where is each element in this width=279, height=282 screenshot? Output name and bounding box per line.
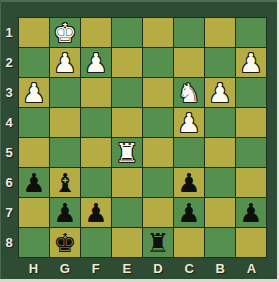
frame-edge-right	[277, 0, 279, 282]
square-c1[interactable]	[174, 18, 204, 47]
square-f2[interactable]: ♟	[81, 48, 111, 77]
square-h3[interactable]: ♟	[19, 78, 49, 107]
square-g3[interactable]	[50, 78, 80, 107]
white-pawn: ♟	[53, 50, 76, 76]
square-h5[interactable]	[19, 138, 49, 167]
file-label-c: C	[174, 258, 205, 279]
white-pawn: ♟	[239, 50, 262, 76]
file-label-b: B	[205, 258, 236, 279]
square-c2[interactable]	[174, 48, 204, 77]
square-f4[interactable]	[81, 108, 111, 137]
square-d7[interactable]	[143, 198, 173, 227]
black-pawn: ♟	[239, 200, 262, 226]
black-pawn: ♟	[53, 200, 76, 226]
square-b3[interactable]: ♟	[205, 78, 235, 107]
square-a6[interactable]	[236, 168, 266, 197]
rank-label-6: 6	[0, 168, 18, 198]
file-label-g: G	[49, 258, 80, 279]
black-pawn: ♟	[84, 200, 107, 226]
square-g1[interactable]: ♚	[50, 18, 80, 47]
square-a8[interactable]	[236, 228, 266, 257]
rank-label-7: 7	[0, 198, 18, 228]
square-g5[interactable]	[50, 138, 80, 167]
square-d3[interactable]	[143, 78, 173, 107]
square-b2[interactable]	[205, 48, 235, 77]
square-f5[interactable]	[81, 138, 111, 167]
rank-label-4: 4	[0, 107, 18, 137]
square-d5[interactable]	[143, 138, 173, 167]
square-c7[interactable]: ♟	[174, 198, 204, 227]
rank-label-5: 5	[0, 138, 18, 168]
black-pawn: ♟	[177, 200, 200, 226]
square-g7[interactable]: ♟	[50, 198, 80, 227]
white-rook: ♜	[115, 140, 138, 166]
square-a1[interactable]	[236, 18, 266, 47]
square-e5[interactable]: ♜	[112, 138, 142, 167]
rank-label-1: 1	[0, 17, 18, 47]
square-b6[interactable]	[205, 168, 235, 197]
white-pawn: ♟	[84, 50, 107, 76]
file-labels: HGFEDCBA	[18, 258, 267, 279]
black-rook: ♜	[146, 230, 169, 256]
white-pawn: ♟	[22, 80, 45, 106]
black-pawn: ♟	[177, 170, 200, 196]
white-pawn: ♟	[208, 80, 231, 106]
square-a3[interactable]	[236, 78, 266, 107]
square-e6[interactable]	[112, 168, 142, 197]
black-king: ♚	[53, 230, 76, 256]
file-label-a: A	[236, 258, 267, 279]
file-label-h: H	[18, 258, 49, 279]
square-g6[interactable]: ♝	[50, 168, 80, 197]
square-e1[interactable]	[112, 18, 142, 47]
square-a2[interactable]: ♟	[236, 48, 266, 77]
square-e8[interactable]	[112, 228, 142, 257]
white-pawn: ♟	[177, 110, 200, 136]
square-f1[interactable]	[81, 18, 111, 47]
square-c6[interactable]: ♟	[174, 168, 204, 197]
rank-label-2: 2	[0, 47, 18, 77]
square-h2[interactable]	[19, 48, 49, 77]
square-h8[interactable]	[19, 228, 49, 257]
square-c8[interactable]	[174, 228, 204, 257]
square-h6[interactable]: ♟	[19, 168, 49, 197]
white-king: ♚	[53, 20, 76, 46]
rank-label-3: 3	[0, 77, 18, 107]
frame-edge-top	[0, 0, 279, 2]
square-h7[interactable]	[19, 198, 49, 227]
square-b7[interactable]	[205, 198, 235, 227]
square-g2[interactable]: ♟	[50, 48, 80, 77]
square-c5[interactable]	[174, 138, 204, 167]
square-a4[interactable]	[236, 108, 266, 137]
square-d4[interactable]	[143, 108, 173, 137]
white-knight: ♞	[177, 80, 200, 106]
square-d1[interactable]	[143, 18, 173, 47]
black-bishop: ♝	[53, 170, 76, 196]
square-f7[interactable]: ♟	[81, 198, 111, 227]
square-g4[interactable]	[50, 108, 80, 137]
square-b5[interactable]	[205, 138, 235, 167]
square-b4[interactable]	[205, 108, 235, 137]
file-label-e: E	[111, 258, 142, 279]
square-e2[interactable]	[112, 48, 142, 77]
square-d8[interactable]: ♜	[143, 228, 173, 257]
square-a7[interactable]: ♟	[236, 198, 266, 227]
square-f6[interactable]	[81, 168, 111, 197]
square-h4[interactable]	[19, 108, 49, 137]
rank-label-8: 8	[0, 228, 18, 258]
square-g8[interactable]: ♚	[50, 228, 80, 257]
square-e3[interactable]	[112, 78, 142, 107]
square-e4[interactable]	[112, 108, 142, 137]
square-e7[interactable]	[112, 198, 142, 227]
square-b1[interactable]	[205, 18, 235, 47]
square-f3[interactable]	[81, 78, 111, 107]
square-b8[interactable]	[205, 228, 235, 257]
rank-labels: 12345678	[0, 17, 18, 258]
square-c3[interactable]: ♞	[174, 78, 204, 107]
file-label-d: D	[143, 258, 174, 279]
square-c4[interactable]: ♟	[174, 108, 204, 137]
black-pawn: ♟	[22, 170, 45, 196]
square-d6[interactable]	[143, 168, 173, 197]
chess-board-window: 12345678 ♚♟♟♟♟♞♟♟♜♟♝♟♟♟♟♟♚♜ HGFEDCBA	[0, 0, 279, 282]
chess-board: ♚♟♟♟♟♞♟♟♜♟♝♟♟♟♟♟♚♜	[18, 17, 267, 258]
square-f8[interactable]	[81, 228, 111, 257]
file-label-f: F	[80, 258, 111, 279]
square-d2[interactable]	[143, 48, 173, 77]
square-a5[interactable]	[236, 138, 266, 167]
square-h1[interactable]	[19, 18, 49, 47]
